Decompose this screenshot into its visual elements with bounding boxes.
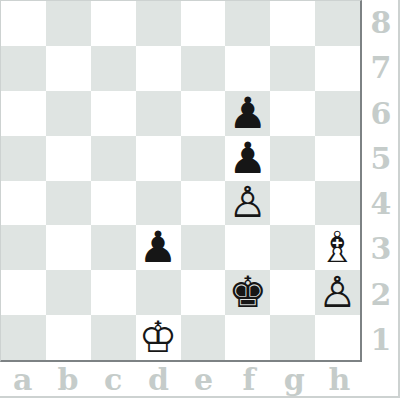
square-h3[interactable]: ♗: [315, 225, 360, 270]
rank-label-5: 5: [362, 136, 400, 181]
square-f4[interactable]: ♙: [225, 181, 270, 226]
square-h4[interactable]: [315, 181, 360, 226]
rank-label-8: 8: [362, 0, 400, 45]
file-label-h: h: [317, 362, 362, 397]
square-f7[interactable]: [225, 46, 270, 91]
square-a8[interactable]: [1, 1, 46, 46]
square-f5[interactable]: ♟: [225, 136, 270, 181]
square-b8[interactable]: [46, 1, 91, 46]
square-c8[interactable]: [91, 1, 136, 46]
square-h1[interactable]: [315, 315, 360, 360]
square-a5[interactable]: [1, 136, 46, 181]
square-b2[interactable]: [46, 270, 91, 315]
square-g3[interactable]: [270, 225, 315, 270]
square-e7[interactable]: [181, 46, 226, 91]
square-d5[interactable]: [136, 136, 181, 181]
square-a6[interactable]: [1, 91, 46, 136]
square-e5[interactable]: [181, 136, 226, 181]
file-label-d: d: [136, 362, 181, 397]
square-e8[interactable]: [181, 1, 226, 46]
black-king-piece[interactable]: ♚: [229, 271, 268, 314]
square-f3[interactable]: [225, 225, 270, 270]
square-c5[interactable]: [91, 136, 136, 181]
square-c4[interactable]: [91, 181, 136, 226]
black-pawn-piece[interactable]: ♟: [139, 226, 178, 269]
square-g2[interactable]: [270, 270, 315, 315]
square-b5[interactable]: [46, 136, 91, 181]
square-d1[interactable]: ♔: [136, 315, 181, 360]
square-g8[interactable]: [270, 1, 315, 46]
file-label-f: f: [226, 362, 271, 397]
file-label-g: g: [272, 362, 317, 397]
square-d3[interactable]: ♟: [136, 225, 181, 270]
chess-diagram: ♟♟♙♟♗♚♙♔ 87654321 abcdefgh: [0, 0, 400, 398]
rank-label-6: 6: [362, 91, 400, 136]
square-a2[interactable]: [1, 270, 46, 315]
square-b7[interactable]: [46, 46, 91, 91]
file-label-e: e: [181, 362, 226, 397]
square-b6[interactable]: [46, 91, 91, 136]
square-g7[interactable]: [270, 46, 315, 91]
square-a1[interactable]: [1, 315, 46, 360]
file-label-b: b: [45, 362, 90, 397]
square-b4[interactable]: [46, 181, 91, 226]
file-label-a: a: [0, 362, 45, 397]
black-pawn-piece[interactable]: ♟: [229, 137, 268, 180]
file-labels: abcdefgh: [0, 362, 362, 396]
rank-label-4: 4: [362, 181, 400, 226]
square-c2[interactable]: [91, 270, 136, 315]
square-b3[interactable]: [46, 225, 91, 270]
square-e4[interactable]: [181, 181, 226, 226]
square-c3[interactable]: [91, 225, 136, 270]
white-pawn-piece[interactable]: ♙: [318, 271, 357, 314]
square-c6[interactable]: [91, 91, 136, 136]
square-d6[interactable]: [136, 91, 181, 136]
rank-label-2: 2: [362, 272, 400, 317]
square-d2[interactable]: [136, 270, 181, 315]
square-h6[interactable]: [315, 91, 360, 136]
square-g1[interactable]: [270, 315, 315, 360]
square-f8[interactable]: [225, 1, 270, 46]
square-h8[interactable]: [315, 1, 360, 46]
square-d7[interactable]: [136, 46, 181, 91]
square-g4[interactable]: [270, 181, 315, 226]
square-c1[interactable]: [91, 315, 136, 360]
rank-label-3: 3: [362, 226, 400, 271]
chessboard: ♟♟♙♟♗♚♙♔: [0, 0, 362, 362]
square-e3[interactable]: [181, 225, 226, 270]
square-g6[interactable]: [270, 91, 315, 136]
square-c7[interactable]: [91, 46, 136, 91]
white-pawn-piece[interactable]: ♙: [229, 181, 268, 224]
square-e6[interactable]: [181, 91, 226, 136]
square-e1[interactable]: [181, 315, 226, 360]
square-f2[interactable]: ♚: [225, 270, 270, 315]
square-h2[interactable]: ♙: [315, 270, 360, 315]
square-e2[interactable]: [181, 270, 226, 315]
square-a3[interactable]: [1, 225, 46, 270]
square-a4[interactable]: [1, 181, 46, 226]
rank-label-7: 7: [362, 45, 400, 90]
square-b1[interactable]: [46, 315, 91, 360]
file-label-c: c: [91, 362, 136, 397]
rank-label-1: 1: [362, 317, 400, 362]
white-bishop-piece[interactable]: ♗: [318, 226, 357, 269]
black-pawn-piece[interactable]: ♟: [229, 92, 268, 135]
square-h5[interactable]: [315, 136, 360, 181]
rank-labels: 87654321: [362, 0, 400, 362]
square-f6[interactable]: ♟: [225, 91, 270, 136]
square-d4[interactable]: [136, 181, 181, 226]
square-a7[interactable]: [1, 46, 46, 91]
square-f1[interactable]: [225, 315, 270, 360]
square-h7[interactable]: [315, 46, 360, 91]
square-d8[interactable]: [136, 1, 181, 46]
square-g5[interactable]: [270, 136, 315, 181]
white-king-piece[interactable]: ♔: [139, 316, 178, 359]
